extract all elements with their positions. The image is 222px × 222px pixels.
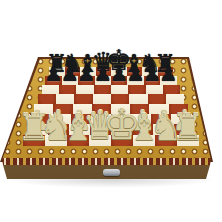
square-b1: ♞ [45,135,67,146]
square-h4 [169,104,188,114]
square-d7: ♟ [95,76,111,85]
square-e3 [111,114,131,124]
square-c1: ♝ [67,135,89,146]
square-a1: ♜ [23,135,45,146]
square-b2: ♟ [48,124,69,135]
square-h5 [166,94,184,104]
square-g8: ♞ [142,67,158,76]
square-c2: ♟ [69,124,90,135]
square-h8: ♜ [158,67,174,76]
square-f3 [131,114,151,124]
square-f7: ♟ [127,76,143,85]
square-h1: ♜ [177,135,199,146]
square-e1: ♚ [111,135,133,146]
square-d5 [93,94,111,104]
square-b7: ♟ [62,76,78,85]
square-c7: ♟ [78,76,94,85]
square-b4 [53,104,72,114]
square-f2: ♟ [132,124,153,135]
square-e2: ♟ [111,124,132,135]
square-a2: ♟ [27,124,48,135]
square-a4 [34,104,53,114]
square-h3 [171,114,191,124]
square-f5 [129,94,147,104]
square-a7: ♟ [45,76,61,85]
square-h2: ♟ [174,124,195,135]
square-d6 [94,85,111,94]
square-d4 [92,104,111,114]
rank-6 [42,85,181,94]
square-c3 [71,114,91,124]
square-b5 [56,94,74,104]
square-a3 [30,114,50,124]
square-d2: ♟ [90,124,111,135]
chess-board-grid: ♜♞♝♛♚♝♞♜♟♟♟♟♟♟♟♟♟♟♟♟♟♟♟♟♜♞♝♛♚♝♞♜ [0,67,222,146]
square-g6 [146,85,163,94]
square-d1: ♛ [89,135,111,146]
square-b8: ♞ [65,67,81,76]
square-e7: ♟ [111,76,127,85]
square-g1: ♞ [155,135,177,146]
square-e8: ♚ [111,67,127,76]
square-b3 [51,114,71,124]
square-d3 [91,114,111,124]
square-a8: ♜ [49,67,65,76]
rank-3 [30,114,191,124]
square-h6 [163,85,180,94]
square-g4 [149,104,168,114]
square-f4 [130,104,149,114]
square-d8: ♛ [96,67,112,76]
square-c4 [73,104,92,114]
square-g7: ♟ [144,76,160,85]
box-clasp-icon [103,169,120,176]
square-f8: ♝ [127,67,143,76]
rank-1: ♜♞♝♛♚♝♞♜ [23,135,199,146]
rank-4 [34,104,188,114]
rank-5 [38,94,184,104]
square-f6 [128,85,145,94]
square-e6 [111,85,128,94]
rank-8: ♜♞♝♛♚♝♞♜ [49,67,173,76]
square-c5 [74,94,92,104]
square-g3 [151,114,171,124]
square-e5 [111,94,129,104]
square-a6 [42,85,59,94]
square-c6 [76,85,93,94]
square-h7: ♟ [160,76,176,85]
square-g5 [148,94,166,104]
square-f1: ♝ [133,135,155,146]
square-c8: ♝ [80,67,96,76]
square-e4 [111,104,130,114]
rank-7: ♟♟♟♟♟♟♟♟ [45,76,176,85]
square-g2: ♟ [153,124,174,135]
rank-2: ♟♟♟♟♟♟♟♟ [27,124,196,135]
square-b6 [59,85,76,94]
square-a5 [38,94,56,104]
chess-set-product-photo: ♜♞♝♛♚♝♞♜♟♟♟♟♟♟♟♟♟♟♟♟♟♟♟♟♜♞♝♛♚♝♞♜ [0,0,222,222]
